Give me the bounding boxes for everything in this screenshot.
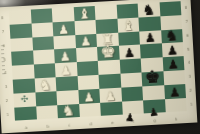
square-a1[interactable] bbox=[14, 106, 36, 121]
white-pawn[interactable]: ♟ bbox=[83, 91, 94, 104]
square-g7[interactable] bbox=[138, 16, 160, 31]
square-e3[interactable] bbox=[99, 74, 121, 89]
square-h2[interactable]: ♟ bbox=[164, 84, 186, 99]
square-c1[interactable]: ♞ bbox=[57, 104, 79, 119]
square-e1[interactable] bbox=[100, 101, 122, 116]
square-h1[interactable] bbox=[164, 98, 186, 113]
white-bishop[interactable]: ♝ bbox=[121, 17, 134, 32]
rank-label: 2 bbox=[5, 98, 8, 103]
rank-label: 8 bbox=[185, 5, 188, 10]
square-f7[interactable]: ♝ bbox=[117, 17, 139, 32]
rank-label: 5 bbox=[3, 57, 6, 62]
black-pawn[interactable]: ♟ bbox=[145, 32, 156, 45]
corner-emblem-icon: ✣ bbox=[21, 95, 29, 104]
square-f3[interactable] bbox=[120, 72, 142, 87]
black-pawn[interactable]: ♟ bbox=[124, 47, 135, 60]
board-grid: ♝♞♟♝♟♜♟♞♟♚♟♟♟♟♞♚✣♟♟♟♞ bbox=[9, 1, 187, 121]
file-label: a bbox=[25, 124, 28, 129]
white-pawn[interactable]: ♟ bbox=[80, 36, 91, 49]
square-b1[interactable] bbox=[36, 105, 58, 120]
square-g5[interactable] bbox=[140, 44, 162, 59]
rank-label: 5 bbox=[187, 46, 190, 51]
file-label: e bbox=[111, 120, 114, 125]
rank-label: 6 bbox=[2, 43, 5, 48]
black-pawn[interactable]: ♟ bbox=[167, 45, 178, 58]
square-g2[interactable] bbox=[142, 85, 164, 100]
rank-label: 3 bbox=[188, 74, 191, 79]
square-b5[interactable] bbox=[33, 50, 55, 65]
square-f1[interactable] bbox=[122, 100, 144, 115]
square-f6[interactable] bbox=[118, 31, 140, 46]
square-f2[interactable] bbox=[121, 86, 143, 101]
square-g8[interactable]: ♞ bbox=[138, 2, 160, 17]
file-label: c bbox=[68, 122, 70, 127]
square-c5[interactable]: ♟ bbox=[54, 49, 76, 64]
square-d1[interactable] bbox=[79, 102, 101, 117]
photo-frame: 87654321 87654321 abcdefgh ♝♞♟♝♟♜♟♞♟♚♟♟♟… bbox=[0, 0, 200, 134]
chess-board: 87654321 87654321 abcdefgh ♝♞♟♝♟♜♟♞♟♚♟♟♟… bbox=[0, 0, 197, 133]
black-knight[interactable]: ♞ bbox=[165, 29, 178, 44]
white-pawn[interactable]: ♟ bbox=[60, 64, 71, 77]
square-d4[interactable] bbox=[76, 61, 98, 76]
black-pawn[interactable]: ♟ bbox=[168, 58, 179, 71]
white-king[interactable]: ♚ bbox=[100, 43, 116, 61]
rank-label: 6 bbox=[186, 33, 189, 38]
square-d8[interactable]: ♝ bbox=[73, 6, 95, 21]
file-label: d bbox=[89, 121, 92, 126]
file-label: f bbox=[133, 118, 135, 123]
square-a3[interactable] bbox=[13, 78, 35, 93]
rank-label: 8 bbox=[1, 15, 4, 20]
square-b7[interactable] bbox=[31, 22, 53, 37]
square-c3[interactable] bbox=[56, 76, 78, 91]
square-a8[interactable] bbox=[9, 10, 31, 25]
white-knight[interactable]: ♞ bbox=[39, 77, 52, 92]
rank-label: 1 bbox=[6, 112, 9, 117]
square-d2[interactable]: ♟ bbox=[78, 89, 100, 104]
square-e2[interactable]: ♟ bbox=[99, 87, 121, 102]
square-g1[interactable] bbox=[143, 99, 165, 114]
square-a6[interactable] bbox=[10, 37, 32, 52]
square-c4[interactable]: ♟ bbox=[55, 62, 77, 77]
white-pawn[interactable]: ♟ bbox=[58, 23, 69, 36]
square-e5[interactable]: ♚ bbox=[97, 46, 119, 61]
square-a7[interactable] bbox=[10, 23, 32, 38]
square-g3[interactable]: ♚ bbox=[141, 71, 163, 86]
rank-label: 4 bbox=[4, 70, 7, 75]
rank-label: 1 bbox=[190, 101, 193, 106]
square-c7[interactable]: ♟ bbox=[53, 21, 75, 36]
rank-label: 7 bbox=[2, 29, 5, 34]
file-label: g bbox=[153, 117, 156, 122]
square-b8[interactable] bbox=[30, 8, 52, 23]
square-b3[interactable]: ♞ bbox=[34, 77, 56, 92]
square-h3[interactable] bbox=[163, 70, 185, 85]
square-c6[interactable] bbox=[53, 35, 75, 50]
square-e4[interactable] bbox=[98, 60, 120, 75]
white-pawn[interactable]: ♟ bbox=[60, 51, 71, 64]
square-f4[interactable] bbox=[119, 59, 141, 74]
rank-label: 2 bbox=[189, 88, 192, 93]
white-pawn[interactable]: ♟ bbox=[105, 90, 116, 103]
black-king[interactable]: ♚ bbox=[144, 68, 160, 86]
file-label: h bbox=[175, 116, 178, 121]
square-h4[interactable]: ♟ bbox=[162, 56, 184, 71]
square-h8[interactable] bbox=[159, 1, 181, 16]
rank-label: 7 bbox=[185, 19, 188, 24]
square-a2[interactable]: ✣ bbox=[13, 92, 35, 107]
square-g6[interactable]: ♟ bbox=[139, 30, 161, 45]
square-e8[interactable] bbox=[95, 5, 117, 20]
file-label: b bbox=[46, 123, 49, 128]
white-knight[interactable]: ♞ bbox=[62, 104, 75, 119]
square-f5[interactable]: ♟ bbox=[118, 45, 140, 60]
rank-label: 4 bbox=[188, 60, 191, 65]
white-bishop[interactable]: ♝ bbox=[78, 6, 91, 21]
square-d7[interactable] bbox=[74, 20, 96, 35]
square-b2[interactable] bbox=[35, 91, 57, 106]
black-pawn[interactable]: ♟ bbox=[169, 86, 180, 99]
square-a5[interactable] bbox=[11, 51, 33, 66]
square-h5[interactable]: ♟ bbox=[161, 43, 183, 58]
square-d5[interactable] bbox=[76, 47, 98, 62]
square-b6[interactable] bbox=[32, 36, 54, 51]
square-a4[interactable] bbox=[12, 65, 34, 80]
square-d6[interactable]: ♟ bbox=[75, 34, 97, 49]
square-h6[interactable]: ♞ bbox=[161, 29, 183, 44]
black-knight[interactable]: ♞ bbox=[142, 2, 155, 17]
square-d3[interactable] bbox=[77, 75, 99, 90]
square-c8[interactable] bbox=[52, 7, 74, 22]
rank-label: 3 bbox=[5, 84, 8, 89]
